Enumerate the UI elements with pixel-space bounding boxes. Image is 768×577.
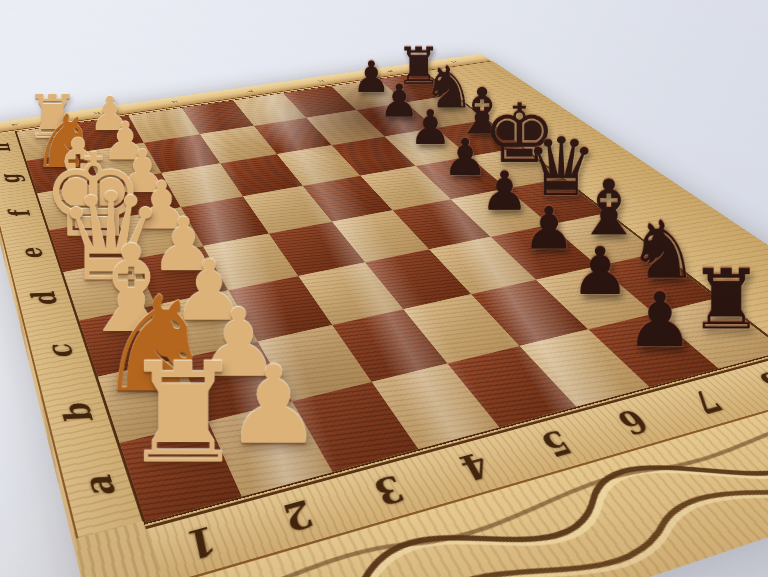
file-label-c: c: [14, 327, 107, 380]
square-a5: [447, 346, 576, 427]
file-label-b: b: [28, 384, 129, 447]
hinge-mark: ×: [315, 79, 327, 83]
hinge-mark: ×: [448, 60, 460, 64]
hinge-mark: ×: [244, 89, 256, 94]
wooden-chess-box: ××××××× hgfedcba ♜♟♟♜♞♟♟♞♝♟♟♝♚♟♟♚♛♟♟♛♝♟♟…: [0, 54, 768, 577]
square-a1: ♜: [120, 422, 242, 523]
chess-photo-scene: ××××××× hgfedcba ♜♟♟♜♞♟♟♞♝♟♟♝♚♟♟♚♛♟♟♛♝♟♟…: [0, 0, 768, 577]
perspective-world: ××××××× hgfedcba ♜♟♟♜♞♟♟♞♝♟♟♝♚♟♟♚♛♟♟♛♝♟♟…: [0, 0, 768, 577]
hinge-mark: ×: [169, 99, 181, 104]
hinge-mark: ×: [9, 122, 20, 127]
hinge-mark: ×: [383, 69, 395, 73]
hinge-mark: ×: [91, 110, 102, 115]
chess-board: ♜♟♟♜♞♟♟♞♝♟♟♝♚♟♟♚♛♟♟♛♝♟♟♝♞♟♟♞♜♟♟♜: [15, 72, 768, 524]
file-label-d: d: [2, 278, 87, 324]
